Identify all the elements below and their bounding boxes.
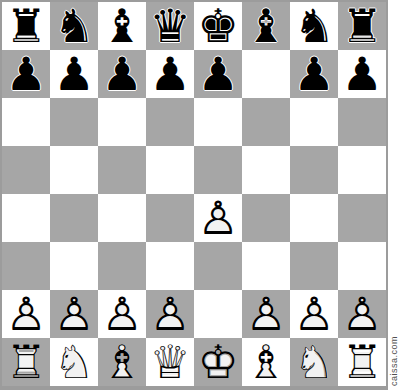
white-piece-outline-layer: ♙ (290, 290, 338, 338)
black-piece-layer: ♟ (338, 50, 386, 98)
black-piece-layer: ♜ (2, 2, 50, 50)
white-piece-outline-layer: ♘ (290, 338, 338, 386)
square-f7[interactable] (242, 50, 290, 98)
square-g5[interactable] (290, 146, 338, 194)
white-king[interactable]: ♚♔ (194, 338, 242, 386)
white-knight[interactable]: ♞♘ (50, 338, 98, 386)
black-rook[interactable]: ♜ (338, 2, 386, 50)
square-d5[interactable] (146, 146, 194, 194)
white-piece-outline-layer: ♘ (50, 338, 98, 386)
white-piece-outline-layer: ♕ (146, 338, 194, 386)
square-e7[interactable]: ♟ (194, 50, 242, 98)
square-f3[interactable] (242, 242, 290, 290)
square-a6[interactable] (2, 98, 50, 146)
square-a7[interactable]: ♟ (2, 50, 50, 98)
black-piece-layer: ♟ (146, 50, 194, 98)
square-e5[interactable] (194, 146, 242, 194)
square-b6[interactable] (50, 98, 98, 146)
square-g8[interactable]: ♞ (290, 2, 338, 50)
white-pawn[interactable]: ♟♙ (2, 290, 50, 338)
square-b1[interactable]: ♞♘ (50, 338, 98, 386)
square-a4[interactable] (2, 194, 50, 242)
black-pawn[interactable]: ♟ (98, 50, 146, 98)
black-queen[interactable]: ♛ (146, 2, 194, 50)
white-piece-outline-layer: ♙ (2, 290, 50, 338)
square-a5[interactable] (2, 146, 50, 194)
square-b2[interactable]: ♟♙ (50, 290, 98, 338)
board-frame: ♜♞♝♛♚♝♞♜♟♟♟♟♟♟♟♟♙♟♙♟♙♟♙♟♙♟♙♟♙♟♙♜♖♞♘♝♗♛♕♚… (0, 0, 388, 390)
square-d1[interactable]: ♛♕ (146, 338, 194, 386)
square-h7[interactable]: ♟ (338, 50, 386, 98)
square-b4[interactable] (50, 194, 98, 242)
black-piece-layer: ♟ (194, 50, 242, 98)
white-bishop[interactable]: ♝♗ (98, 338, 146, 386)
square-a2[interactable]: ♟♙ (2, 290, 50, 338)
black-piece-layer: ♟ (290, 50, 338, 98)
white-knight[interactable]: ♞♘ (290, 338, 338, 386)
square-f6[interactable] (242, 98, 290, 146)
square-g2[interactable]: ♟♙ (290, 290, 338, 338)
square-c3[interactable] (98, 242, 146, 290)
square-g1[interactable]: ♞♘ (290, 338, 338, 386)
white-piece-outline-layer: ♖ (338, 338, 386, 386)
black-piece-layer: ♟ (98, 50, 146, 98)
caissa-watermark: caissa.com (389, 336, 399, 386)
black-piece-layer: ♞ (290, 2, 338, 50)
square-c8[interactable]: ♝ (98, 2, 146, 50)
square-a3[interactable] (2, 242, 50, 290)
square-d8[interactable]: ♛ (146, 2, 194, 50)
chess-board: ♜♞♝♛♚♝♞♜♟♟♟♟♟♟♟♟♙♟♙♟♙♟♙♟♙♟♙♟♙♟♙♜♖♞♘♝♗♛♕♚… (2, 2, 386, 386)
black-piece-layer: ♝ (242, 2, 290, 50)
square-g4[interactable] (290, 194, 338, 242)
black-bishop[interactable]: ♝ (98, 2, 146, 50)
square-b8[interactable]: ♞ (50, 2, 98, 50)
white-rook[interactable]: ♜♖ (2, 338, 50, 386)
white-piece-outline-layer: ♙ (146, 290, 194, 338)
square-b7[interactable]: ♟ (50, 50, 98, 98)
square-h5[interactable] (338, 146, 386, 194)
square-c2[interactable]: ♟♙ (98, 290, 146, 338)
square-e8[interactable]: ♚ (194, 2, 242, 50)
black-king[interactable]: ♚ (194, 2, 242, 50)
square-c4[interactable] (98, 194, 146, 242)
black-piece-layer: ♟ (2, 50, 50, 98)
black-piece-layer: ♞ (50, 2, 98, 50)
black-piece-layer: ♟ (50, 50, 98, 98)
square-h1[interactable]: ♜♖ (338, 338, 386, 386)
square-c1[interactable]: ♝♗ (98, 338, 146, 386)
white-piece-outline-layer: ♙ (50, 290, 98, 338)
right-sidebar: caissa.com (388, 0, 400, 390)
black-piece-layer: ♜ (338, 2, 386, 50)
white-piece-outline-layer: ♗ (98, 338, 146, 386)
square-h3[interactable] (338, 242, 386, 290)
square-e3[interactable] (194, 242, 242, 290)
black-piece-layer: ♚ (194, 2, 242, 50)
white-pawn[interactable]: ♟♙ (194, 194, 242, 242)
white-queen[interactable]: ♛♕ (146, 338, 194, 386)
white-pawn[interactable]: ♟♙ (98, 290, 146, 338)
square-h6[interactable] (338, 98, 386, 146)
black-rook[interactable]: ♜ (2, 2, 50, 50)
square-f1[interactable]: ♝♗ (242, 338, 290, 386)
square-h8[interactable]: ♜ (338, 2, 386, 50)
square-d7[interactable]: ♟ (146, 50, 194, 98)
square-h2[interactable]: ♟♙ (338, 290, 386, 338)
white-pawn[interactable]: ♟♙ (146, 290, 194, 338)
white-piece-outline-layer: ♙ (194, 194, 242, 242)
square-c7[interactable]: ♟ (98, 50, 146, 98)
square-b5[interactable] (50, 146, 98, 194)
white-pawn[interactable]: ♟♙ (290, 290, 338, 338)
square-g7[interactable]: ♟ (290, 50, 338, 98)
black-pawn[interactable]: ♟ (338, 50, 386, 98)
white-piece-outline-layer: ♔ (194, 338, 242, 386)
square-f5[interactable] (242, 146, 290, 194)
white-rook[interactable]: ♜♖ (338, 338, 386, 386)
black-pawn[interactable]: ♟ (290, 50, 338, 98)
square-a8[interactable]: ♜ (2, 2, 50, 50)
chess-app-window: ♜♞♝♛♚♝♞♜♟♟♟♟♟♟♟♟♙♟♙♟♙♟♙♟♙♟♙♟♙♟♙♜♖♞♘♝♗♛♕♚… (0, 0, 400, 390)
square-e1[interactable]: ♚♔ (194, 338, 242, 386)
black-pawn[interactable]: ♟ (2, 50, 50, 98)
white-pawn[interactable]: ♟♙ (242, 290, 290, 338)
square-d6[interactable] (146, 98, 194, 146)
white-piece-outline-layer: ♙ (338, 290, 386, 338)
white-pawn[interactable]: ♟♙ (50, 290, 98, 338)
square-e2[interactable] (194, 290, 242, 338)
square-c6[interactable] (98, 98, 146, 146)
square-e4[interactable]: ♟♙ (194, 194, 242, 242)
square-b3[interactable] (50, 242, 98, 290)
black-knight[interactable]: ♞ (290, 2, 338, 50)
square-g6[interactable] (290, 98, 338, 146)
white-pawn[interactable]: ♟♙ (338, 290, 386, 338)
white-piece-outline-layer: ♗ (242, 338, 290, 386)
square-d2[interactable]: ♟♙ (146, 290, 194, 338)
white-bishop[interactable]: ♝♗ (242, 338, 290, 386)
black-bishop[interactable]: ♝ (242, 2, 290, 50)
square-c5[interactable] (98, 146, 146, 194)
black-pawn[interactable]: ♟ (194, 50, 242, 98)
black-pawn[interactable]: ♟ (50, 50, 98, 98)
square-h4[interactable] (338, 194, 386, 242)
black-piece-layer: ♛ (146, 2, 194, 50)
square-d3[interactable] (146, 242, 194, 290)
black-knight[interactable]: ♞ (50, 2, 98, 50)
square-f8[interactable]: ♝ (242, 2, 290, 50)
square-a1[interactable]: ♜♖ (2, 338, 50, 386)
white-piece-outline-layer: ♙ (98, 290, 146, 338)
black-piece-layer: ♝ (98, 2, 146, 50)
black-pawn[interactable]: ♟ (146, 50, 194, 98)
square-g3[interactable] (290, 242, 338, 290)
white-piece-outline-layer: ♙ (242, 290, 290, 338)
square-f4[interactable] (242, 194, 290, 242)
square-d4[interactable] (146, 194, 194, 242)
square-f2[interactable]: ♟♙ (242, 290, 290, 338)
white-piece-outline-layer: ♖ (2, 338, 50, 386)
square-e6[interactable] (194, 98, 242, 146)
